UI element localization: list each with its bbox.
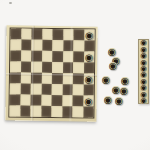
board-cell[interactable] (73, 29, 84, 40)
board-cell[interactable] (41, 84, 52, 95)
board-cell[interactable] (73, 51, 84, 62)
board-cell[interactable] (42, 40, 53, 51)
board-cell[interactable] (10, 83, 21, 94)
board-cell[interactable] (52, 84, 63, 95)
board-cell[interactable] (52, 95, 63, 106)
board-cell[interactable] (42, 62, 53, 73)
board-cell[interactable] (73, 84, 84, 95)
board-cell[interactable] (73, 62, 84, 73)
board-cell[interactable]: ◉ (83, 95, 94, 106)
board-cell[interactable] (41, 95, 52, 106)
board-cell[interactable] (10, 28, 21, 39)
board-cell[interactable] (41, 106, 52, 117)
board-grid: ◉◉◉◉ (8, 27, 95, 118)
board-cell[interactable] (63, 51, 74, 62)
strip-checker-piece[interactable]: ◉ (140, 98, 146, 104)
board-cell[interactable] (31, 84, 42, 95)
board-cell[interactable] (62, 95, 73, 106)
loose-checker-piece[interactable]: ◉ (115, 97, 123, 105)
loose-checker-piece[interactable]: ◉ (104, 96, 112, 104)
board-cell[interactable] (20, 95, 31, 106)
board-cell[interactable] (84, 62, 95, 73)
board-cell[interactable] (52, 29, 63, 40)
board-cell[interactable] (20, 84, 31, 95)
board-cell[interactable] (72, 106, 83, 117)
board-cell[interactable] (62, 84, 73, 95)
photo-background: ◉◉◉◉ ◉◉◉◉◉◉◉◉◉◉ ◉◉◉◉◉◉◉◉◉ (0, 0, 150, 150)
board-cell[interactable]: ◉ (84, 51, 95, 62)
board-cell[interactable] (21, 29, 32, 40)
loose-checker-piece[interactable]: ◉ (120, 87, 128, 95)
board-checker-piece[interactable]: ◉ (85, 53, 93, 61)
board-cell[interactable] (62, 73, 73, 84)
board-cell[interactable] (9, 105, 20, 116)
board-cell[interactable] (30, 106, 41, 117)
board-cell[interactable] (63, 29, 74, 40)
loose-checker-piece[interactable]: ◉ (109, 62, 117, 70)
board-cell[interactable] (73, 73, 84, 84)
board-cell[interactable] (42, 51, 53, 62)
board-cell[interactable] (31, 95, 42, 106)
board-cell[interactable]: ◉ (83, 73, 94, 84)
board-cell[interactable] (10, 61, 21, 72)
board-cell[interactable] (20, 73, 31, 84)
board-cell[interactable] (84, 40, 95, 51)
loose-checker-piece[interactable]: ◉ (102, 76, 110, 84)
photo-speck (9, 2, 12, 4)
board-checker-piece[interactable]: ◉ (85, 31, 93, 39)
board-cell[interactable] (52, 73, 63, 84)
board-cell[interactable]: ◉ (84, 29, 95, 40)
board-cell[interactable] (31, 29, 42, 40)
piece-strip[interactable]: ◉◉◉◉◉◉◉◉◉◉ (138, 39, 149, 104)
board-cell[interactable] (63, 40, 74, 51)
loose-checker-piece[interactable]: ◉ (121, 77, 129, 85)
board-cell[interactable] (31, 62, 42, 73)
board-cell[interactable] (52, 62, 63, 73)
board-cell[interactable] (31, 51, 42, 62)
board-cell[interactable] (83, 106, 94, 117)
board-cell[interactable] (10, 72, 21, 83)
board-cell[interactable] (10, 50, 21, 61)
board-cell[interactable] (42, 29, 53, 40)
board-cell[interactable] (83, 84, 94, 95)
board-cell[interactable] (21, 51, 32, 62)
board-cell[interactable] (62, 106, 73, 117)
board-cell[interactable] (10, 39, 21, 50)
board-cell[interactable] (31, 73, 42, 84)
board-cell[interactable] (20, 106, 31, 117)
board-cell[interactable] (52, 51, 63, 62)
board-cell[interactable] (41, 73, 52, 84)
board-checker-piece[interactable]: ◉ (85, 75, 93, 83)
board-cell[interactable] (21, 40, 32, 51)
board-cell[interactable] (73, 95, 84, 106)
loose-checker-piece[interactable]: ◉ (112, 86, 120, 94)
paper-board: ◉◉◉◉ (5, 25, 97, 121)
board-cell[interactable] (31, 40, 42, 51)
board-cell[interactable] (21, 62, 32, 73)
board-cell[interactable] (63, 62, 74, 73)
board-cell[interactable] (51, 106, 62, 117)
board-cell[interactable] (10, 94, 21, 105)
board-checker-piece[interactable]: ◉ (84, 97, 92, 105)
board-cell[interactable] (73, 40, 84, 51)
board-cell[interactable] (52, 40, 63, 51)
